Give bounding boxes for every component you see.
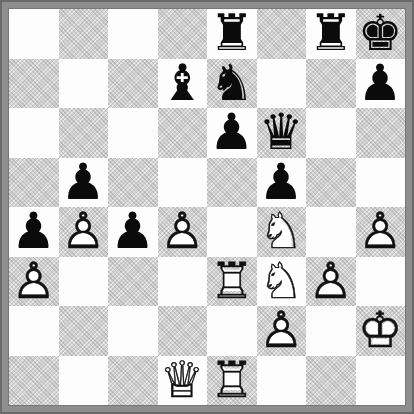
piece-white-pawn: ♙ bbox=[158, 207, 208, 257]
piece-white-king: ♔ bbox=[356, 306, 406, 356]
square-f4[interactable]: ♞♘ bbox=[257, 207, 307, 257]
square-d3[interactable] bbox=[158, 257, 208, 307]
square-f8[interactable] bbox=[257, 9, 307, 59]
white-pawn-fill: ♟ bbox=[257, 306, 307, 356]
square-d2[interactable] bbox=[158, 306, 208, 356]
square-a7[interactable] bbox=[9, 59, 59, 109]
white-queen-fill: ♛ bbox=[158, 356, 208, 406]
square-b7[interactable] bbox=[59, 59, 109, 109]
white-pawn-fill: ♟ bbox=[356, 207, 406, 257]
square-a2[interactable] bbox=[9, 306, 59, 356]
piece-black-pawn: ♟ bbox=[207, 108, 257, 158]
piece-black-knight: ♞ bbox=[207, 59, 257, 109]
white-knight-fill: ♞ bbox=[257, 207, 307, 257]
square-e8[interactable]: ♜ bbox=[207, 9, 257, 59]
white-pawn-fill: ♟ bbox=[59, 207, 109, 257]
square-g4[interactable] bbox=[306, 207, 356, 257]
piece-black-pawn: ♟ bbox=[356, 59, 406, 109]
piece-white-knight: ♘ bbox=[257, 257, 307, 307]
white-pawn-fill: ♟ bbox=[158, 207, 208, 257]
square-h3[interactable] bbox=[356, 257, 406, 307]
square-a8[interactable] bbox=[9, 9, 59, 59]
square-a1[interactable] bbox=[9, 356, 59, 406]
white-rook-fill: ♜ bbox=[207, 356, 257, 406]
square-c1[interactable] bbox=[108, 356, 158, 406]
square-d7[interactable]: ♝ bbox=[158, 59, 208, 109]
square-d8[interactable] bbox=[158, 9, 208, 59]
square-b5[interactable]: ♟ bbox=[59, 158, 109, 208]
square-g6[interactable] bbox=[306, 108, 356, 158]
square-e2[interactable] bbox=[207, 306, 257, 356]
piece-black-king: ♚ bbox=[356, 9, 406, 59]
square-e6[interactable]: ♟ bbox=[207, 108, 257, 158]
piece-black-pawn: ♟ bbox=[108, 207, 158, 257]
square-b8[interactable] bbox=[59, 9, 109, 59]
square-d1[interactable]: ♛♕ bbox=[158, 356, 208, 406]
square-f2[interactable]: ♟♙ bbox=[257, 306, 307, 356]
piece-white-pawn: ♙ bbox=[9, 257, 59, 307]
piece-white-rook: ♖ bbox=[207, 257, 257, 307]
square-f5[interactable]: ♟ bbox=[257, 158, 307, 208]
board-frame: ♜♜♚♝♞♟♟♛♟♟♟♟♙♟♟♙♞♘♟♙♟♙♜♖♞♘♟♙♟♙♚♔♛♕♜♖ bbox=[0, 0, 414, 414]
piece-white-rook: ♖ bbox=[207, 356, 257, 406]
piece-black-pawn: ♟ bbox=[257, 158, 307, 208]
square-g1[interactable] bbox=[306, 356, 356, 406]
white-knight-fill: ♞ bbox=[257, 257, 307, 307]
square-h7[interactable]: ♟ bbox=[356, 59, 406, 109]
square-d5[interactable] bbox=[158, 158, 208, 208]
square-g2[interactable] bbox=[306, 306, 356, 356]
square-h1[interactable] bbox=[356, 356, 406, 406]
square-c4[interactable]: ♟ bbox=[108, 207, 158, 257]
square-b3[interactable] bbox=[59, 257, 109, 307]
square-c7[interactable] bbox=[108, 59, 158, 109]
square-a3[interactable]: ♟♙ bbox=[9, 257, 59, 307]
square-e7[interactable]: ♞ bbox=[207, 59, 257, 109]
piece-black-rook: ♜ bbox=[207, 9, 257, 59]
square-h4[interactable]: ♟♙ bbox=[356, 207, 406, 257]
square-g3[interactable]: ♟♙ bbox=[306, 257, 356, 307]
piece-white-knight: ♘ bbox=[257, 207, 307, 257]
square-e3[interactable]: ♜♖ bbox=[207, 257, 257, 307]
piece-white-queen: ♕ bbox=[158, 356, 208, 406]
square-b2[interactable] bbox=[59, 306, 109, 356]
chess-board: ♜♜♚♝♞♟♟♛♟♟♟♟♙♟♟♙♞♘♟♙♟♙♜♖♞♘♟♙♟♙♚♔♛♕♜♖ bbox=[9, 9, 405, 405]
square-e1[interactable]: ♜♖ bbox=[207, 356, 257, 406]
square-f7[interactable] bbox=[257, 59, 307, 109]
white-rook-fill: ♜ bbox=[207, 257, 257, 307]
square-d6[interactable] bbox=[158, 108, 208, 158]
square-h8[interactable]: ♚ bbox=[356, 9, 406, 59]
white-pawn-fill: ♟ bbox=[306, 257, 356, 307]
square-f1[interactable] bbox=[257, 356, 307, 406]
square-c8[interactable] bbox=[108, 9, 158, 59]
square-f6[interactable]: ♛ bbox=[257, 108, 307, 158]
square-h5[interactable] bbox=[356, 158, 406, 208]
square-a6[interactable] bbox=[9, 108, 59, 158]
piece-black-pawn: ♟ bbox=[9, 207, 59, 257]
square-c2[interactable] bbox=[108, 306, 158, 356]
piece-black-rook: ♜ bbox=[306, 9, 356, 59]
square-g5[interactable] bbox=[306, 158, 356, 208]
square-b6[interactable] bbox=[59, 108, 109, 158]
square-a5[interactable] bbox=[9, 158, 59, 208]
square-c3[interactable] bbox=[108, 257, 158, 307]
piece-black-bishop: ♝ bbox=[158, 59, 208, 109]
square-h2[interactable]: ♚♔ bbox=[356, 306, 406, 356]
white-king-fill: ♚ bbox=[356, 306, 406, 356]
square-f3[interactable]: ♞♘ bbox=[257, 257, 307, 307]
square-g7[interactable] bbox=[306, 59, 356, 109]
piece-black-pawn: ♟ bbox=[59, 158, 109, 208]
white-pawn-fill: ♟ bbox=[9, 257, 59, 307]
square-c6[interactable] bbox=[108, 108, 158, 158]
piece-white-pawn: ♙ bbox=[306, 257, 356, 307]
square-c5[interactable] bbox=[108, 158, 158, 208]
square-e4[interactable] bbox=[207, 207, 257, 257]
piece-white-pawn: ♙ bbox=[257, 306, 307, 356]
square-b4[interactable]: ♟♙ bbox=[59, 207, 109, 257]
square-a4[interactable]: ♟ bbox=[9, 207, 59, 257]
piece-white-pawn: ♙ bbox=[356, 207, 406, 257]
square-d4[interactable]: ♟♙ bbox=[158, 207, 208, 257]
square-e5[interactable] bbox=[207, 158, 257, 208]
piece-black-queen: ♛ bbox=[257, 108, 307, 158]
piece-white-pawn: ♙ bbox=[59, 207, 109, 257]
square-b1[interactable] bbox=[59, 356, 109, 406]
square-g8[interactable]: ♜ bbox=[306, 9, 356, 59]
square-h6[interactable] bbox=[356, 108, 406, 158]
